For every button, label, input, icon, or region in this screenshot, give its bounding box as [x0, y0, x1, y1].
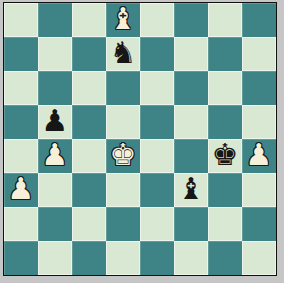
square-g1[interactable] [208, 241, 242, 275]
square-e7[interactable] [140, 37, 174, 71]
square-c4[interactable] [72, 139, 106, 173]
square-d3[interactable] [106, 173, 140, 207]
square-d1[interactable] [106, 241, 140, 275]
square-f7[interactable] [174, 37, 208, 71]
black-pawn: ♟ [42, 104, 69, 138]
square-c2[interactable] [72, 207, 106, 241]
square-a2[interactable] [4, 207, 38, 241]
black-king: ♚ [212, 138, 239, 172]
square-f4[interactable] [174, 139, 208, 173]
white-king: ♚ [110, 138, 137, 172]
square-b8[interactable] [38, 3, 72, 37]
square-c6[interactable] [72, 71, 106, 105]
square-h6[interactable] [242, 71, 276, 105]
square-a3[interactable]: ♟ [4, 173, 38, 207]
square-c3[interactable] [72, 173, 106, 207]
black-bishop: ♝ [178, 172, 205, 206]
square-e5[interactable] [140, 105, 174, 139]
square-c5[interactable] [72, 105, 106, 139]
square-h8[interactable] [242, 3, 276, 37]
square-d6[interactable] [106, 71, 140, 105]
square-f8[interactable] [174, 3, 208, 37]
square-g3[interactable] [208, 173, 242, 207]
square-d5[interactable] [106, 105, 140, 139]
black-knight: ♞ [110, 36, 137, 70]
square-b1[interactable] [38, 241, 72, 275]
square-h2[interactable] [242, 207, 276, 241]
white-pawn: ♟ [42, 138, 69, 172]
square-b3[interactable] [38, 173, 72, 207]
white-bishop: ♝ [110, 2, 137, 36]
square-d7[interactable]: ♞ [106, 37, 140, 71]
square-e4[interactable] [140, 139, 174, 173]
square-e6[interactable] [140, 71, 174, 105]
square-d2[interactable] [106, 207, 140, 241]
square-f2[interactable] [174, 207, 208, 241]
square-e2[interactable] [140, 207, 174, 241]
square-f3[interactable]: ♝ [174, 173, 208, 207]
square-h3[interactable] [242, 173, 276, 207]
square-g5[interactable] [208, 105, 242, 139]
square-b4[interactable]: ♟ [38, 139, 72, 173]
square-g2[interactable] [208, 207, 242, 241]
white-pawn: ♟ [8, 172, 35, 206]
square-e1[interactable] [140, 241, 174, 275]
chess-board: ♝♞♟♟♚♚♟♟♝ [3, 2, 277, 276]
square-e8[interactable] [140, 3, 174, 37]
square-d8[interactable]: ♝ [106, 3, 140, 37]
square-g4[interactable]: ♚ [208, 139, 242, 173]
square-c7[interactable] [72, 37, 106, 71]
square-c1[interactable] [72, 241, 106, 275]
square-e3[interactable] [140, 173, 174, 207]
square-b2[interactable] [38, 207, 72, 241]
square-f6[interactable] [174, 71, 208, 105]
square-b5[interactable]: ♟ [38, 105, 72, 139]
square-a7[interactable] [4, 37, 38, 71]
white-pawn: ♟ [246, 138, 273, 172]
square-h7[interactable] [242, 37, 276, 71]
square-g8[interactable] [208, 3, 242, 37]
square-g6[interactable] [208, 71, 242, 105]
square-a6[interactable] [4, 71, 38, 105]
chess-app-window: ♝♞♟♟♚♚♟♟♝ [0, 0, 284, 283]
square-c8[interactable] [72, 3, 106, 37]
square-b6[interactable] [38, 71, 72, 105]
square-d4[interactable]: ♚ [106, 139, 140, 173]
square-b7[interactable] [38, 37, 72, 71]
square-h5[interactable] [242, 105, 276, 139]
square-f1[interactable] [174, 241, 208, 275]
square-a1[interactable] [4, 241, 38, 275]
square-g7[interactable] [208, 37, 242, 71]
square-h1[interactable] [242, 241, 276, 275]
square-a5[interactable] [4, 105, 38, 139]
square-a8[interactable] [4, 3, 38, 37]
square-f5[interactable] [174, 105, 208, 139]
square-h4[interactable]: ♟ [242, 139, 276, 173]
square-a4[interactable] [4, 139, 38, 173]
